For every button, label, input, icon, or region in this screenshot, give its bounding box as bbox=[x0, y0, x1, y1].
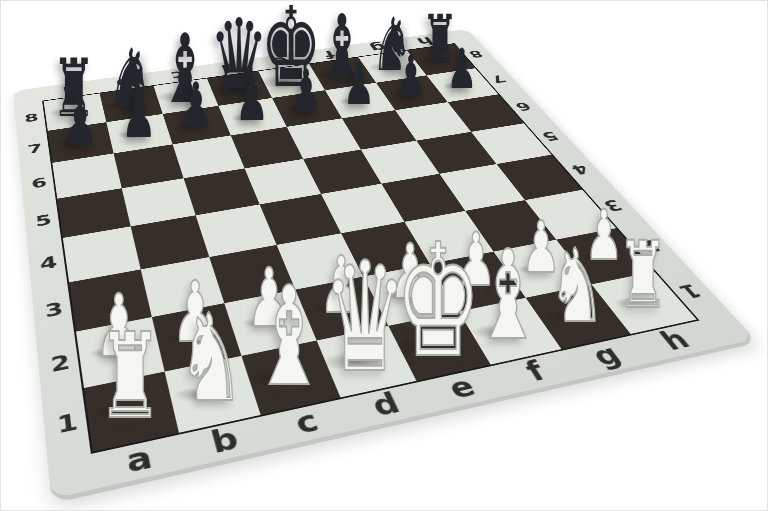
chessboard: aabbccddeeffgghh8877665544332211 bbox=[13, 29, 755, 499]
file-label-bottom-e: e bbox=[444, 372, 480, 402]
rank-label-right-8: 8 bbox=[466, 49, 485, 59]
rank-label-left-1: 1 bbox=[56, 410, 79, 437]
file-label-bottom-d: d bbox=[368, 389, 404, 421]
file-label-bottom-h: h bbox=[655, 326, 695, 353]
product-photo-scene: aabbccddeeffgghh8877665544332211 ♜♞♝♛♚♝♞… bbox=[0, 0, 768, 511]
rank-label-right-6: 6 bbox=[513, 101, 534, 113]
rank-label-left-5: 5 bbox=[35, 212, 53, 229]
file-label-top-b: b bbox=[115, 76, 135, 90]
file-label-bottom-f: f bbox=[521, 357, 550, 385]
rank-label-left-2: 2 bbox=[50, 351, 72, 375]
rank-label-left-6: 6 bbox=[31, 175, 48, 190]
file-label-top-e: e bbox=[270, 55, 290, 67]
file-label-top-h: h bbox=[414, 35, 436, 47]
rank-label-right-4: 4 bbox=[568, 162, 592, 176]
rank-label-right-5: 5 bbox=[539, 130, 562, 143]
file-label-top-f: f bbox=[322, 49, 338, 60]
rank-label-left-8: 8 bbox=[24, 111, 39, 123]
file-label-top-d: d bbox=[219, 62, 240, 75]
file-label-bottom-b: b bbox=[208, 423, 241, 457]
rank-label-left-4: 4 bbox=[39, 253, 58, 271]
file-label-top-c: c bbox=[169, 69, 186, 82]
file-label-bottom-a: a bbox=[124, 442, 155, 477]
file-label-top-a: a bbox=[61, 83, 79, 97]
file-label-bottom-c: c bbox=[291, 406, 322, 438]
rank-label-left-7: 7 bbox=[27, 142, 43, 156]
rank-label-left-3: 3 bbox=[44, 299, 64, 320]
rank-label-right-7: 7 bbox=[488, 74, 508, 85]
file-label-bottom-g: g bbox=[587, 341, 626, 369]
file-label-top-g: g bbox=[367, 42, 389, 54]
